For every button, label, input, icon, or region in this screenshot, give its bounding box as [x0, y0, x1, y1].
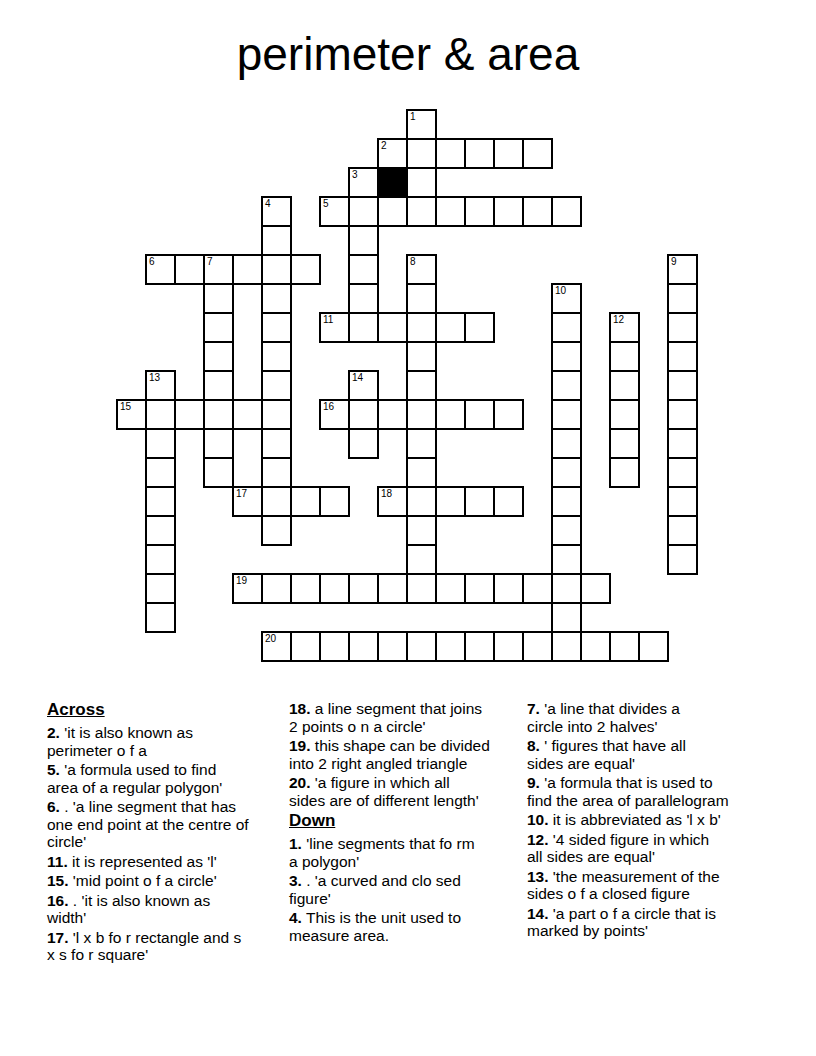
- clue-number: 3: [352, 169, 358, 180]
- grid-cell[interactable]: [377, 573, 408, 604]
- grid-cell[interactable]: [261, 428, 292, 459]
- grid-cell[interactable]: [551, 515, 582, 546]
- grid-cell[interactable]: [406, 341, 437, 372]
- grid-cell[interactable]: [667, 428, 698, 459]
- grid-cell[interactable]: [319, 573, 350, 604]
- grid-cell[interactable]: 7: [203, 254, 234, 285]
- grid-cell[interactable]: [406, 370, 437, 401]
- grid-cell[interactable]: 9: [667, 254, 698, 285]
- grid-cell[interactable]: [667, 515, 698, 546]
- clue-number: 15: [120, 401, 131, 412]
- grid-cell[interactable]: [667, 283, 698, 314]
- grid-cell[interactable]: [406, 428, 437, 459]
- grid-cell[interactable]: [348, 399, 379, 430]
- clue-down-13: 13. 'the measurement of the sides o f a …: [527, 868, 772, 903]
- grid-cell[interactable]: 10: [551, 283, 582, 314]
- clue-down-3: 3. . 'a curved and clo sed figure': [289, 872, 521, 907]
- clue-down-8: 8. ' figures that have all sides are equ…: [527, 737, 772, 772]
- grid-cell[interactable]: [406, 138, 437, 169]
- grid-cell[interactable]: 12: [609, 312, 640, 343]
- grid-cell[interactable]: [261, 254, 292, 285]
- grid-cell[interactable]: [377, 196, 408, 227]
- grid-cell[interactable]: [406, 486, 437, 517]
- grid-cell[interactable]: [667, 457, 698, 488]
- clue-number: 4: [265, 198, 271, 209]
- grid-cell[interactable]: [145, 515, 176, 546]
- grid-cell[interactable]: [174, 254, 205, 285]
- grid-cell[interactable]: [493, 573, 524, 604]
- clue-number: 19: [236, 575, 247, 586]
- grid-cell[interactable]: [261, 515, 292, 546]
- grid-cell[interactable]: [377, 631, 408, 662]
- clue-number: 13: [149, 372, 160, 383]
- clue-across-19: 19. this shape can be divided into 2 rig…: [289, 737, 521, 772]
- grid-cell[interactable]: [464, 312, 495, 343]
- grid-cell[interactable]: [638, 631, 669, 662]
- clue-number: 7: [207, 256, 213, 267]
- clue-number: 18: [381, 488, 392, 499]
- across-header: Across: [47, 700, 287, 719]
- grid-cell[interactable]: [319, 631, 350, 662]
- grid-cell[interactable]: [435, 573, 466, 604]
- grid-cell[interactable]: [261, 341, 292, 372]
- grid-cell[interactable]: [348, 225, 379, 256]
- clue-down-4: 4. This is the unit used to measure area…: [289, 909, 521, 944]
- grid-cell[interactable]: [580, 631, 611, 662]
- grid-cell[interactable]: [145, 573, 176, 604]
- grid-cell[interactable]: [348, 312, 379, 343]
- grid-cell[interactable]: [493, 138, 524, 169]
- grid-cell[interactable]: [261, 573, 292, 604]
- grid-cell[interactable]: [551, 370, 582, 401]
- grid-cell[interactable]: [232, 254, 263, 285]
- grid-cell[interactable]: [348, 283, 379, 314]
- grid-cell[interactable]: [290, 631, 321, 662]
- clue-number: 16: [323, 401, 334, 412]
- grid-cell[interactable]: [406, 399, 437, 430]
- grid-cell[interactable]: [667, 312, 698, 343]
- grid-cell[interactable]: [261, 457, 292, 488]
- puzzle-title: perimeter & area: [0, 28, 816, 80]
- grid-cell[interactable]: 18: [377, 486, 408, 517]
- grid-cell[interactable]: [435, 399, 466, 430]
- grid-cell[interactable]: [609, 399, 640, 430]
- grid-cell[interactable]: [551, 573, 582, 604]
- grid-cell[interactable]: [203, 399, 234, 430]
- grid-cell[interactable]: [609, 370, 640, 401]
- clue-down-10: 10. it is abbreviated as 'l x b': [527, 811, 772, 829]
- clue-across-11: 11. it is represented as 'l': [47, 853, 287, 871]
- clue-across-17: 17. 'l x b fo r rectangle and s x s fo r…: [47, 929, 287, 964]
- grid-cell[interactable]: [406, 544, 437, 575]
- grid-cell[interactable]: [261, 283, 292, 314]
- grid-cell[interactable]: [261, 370, 292, 401]
- grid-cell[interactable]: 14: [348, 370, 379, 401]
- grid-cell[interactable]: [406, 283, 437, 314]
- grid-cell[interactable]: [261, 225, 292, 256]
- clue-across-20: 20. 'a figure in which all sides are of …: [289, 774, 521, 809]
- grid-cell[interactable]: [522, 196, 553, 227]
- across-clues-list: 2. 'it is also known as perimeter o f a5…: [47, 724, 287, 964]
- grid-cell[interactable]: [493, 399, 524, 430]
- grid-cell[interactable]: [348, 196, 379, 227]
- grid-cell[interactable]: [551, 428, 582, 459]
- clues-column-3: 7. 'a line that divides a circle into 2 …: [527, 700, 772, 942]
- clue-across-18: 18. a line segment that joins 2 points o…: [289, 700, 521, 735]
- grid-cell[interactable]: [522, 573, 553, 604]
- grid-cell[interactable]: [406, 631, 437, 662]
- grid-cell[interactable]: [145, 486, 176, 517]
- clue-number: 20: [265, 633, 276, 644]
- clue-number: 8: [410, 256, 416, 267]
- clue-across-16: 16. . 'it is also known as width': [47, 892, 287, 927]
- grid-cell[interactable]: [464, 196, 495, 227]
- down-clues-list: 1. 'line segments that fo rm a polygon'3…: [289, 835, 521, 944]
- clue-down-14: 14. 'a part o f a circle that is marked …: [527, 905, 772, 940]
- grid-cell[interactable]: [609, 457, 640, 488]
- grid-cell[interactable]: [435, 196, 466, 227]
- grid-cell[interactable]: [667, 399, 698, 430]
- clue-number: 11: [323, 314, 333, 325]
- grid-cell[interactable]: [667, 486, 698, 517]
- grid-cell[interactable]: 6: [145, 254, 176, 285]
- clue-down-7: 7. 'a line that divides a circle into 2 …: [527, 700, 772, 735]
- grid-cell[interactable]: 1: [406, 109, 437, 140]
- grid-cell[interactable]: [667, 370, 698, 401]
- grid-cell[interactable]: [493, 196, 524, 227]
- grid-cell[interactable]: 2: [377, 138, 408, 169]
- grid-cell[interactable]: [377, 312, 408, 343]
- grid-cell[interactable]: [348, 573, 379, 604]
- clue-across-6: 6. . 'a line segment that has one end po…: [47, 798, 287, 851]
- clue-down-12: 12. '4 sided figure in which all sides a…: [527, 831, 772, 866]
- grid-cell[interactable]: 16: [319, 399, 350, 430]
- grid-cell[interactable]: [145, 457, 176, 488]
- grid-cell[interactable]: [261, 486, 292, 517]
- clue-across-5: 5. 'a formula used to find area of a reg…: [47, 761, 287, 796]
- clue-number: 14: [352, 372, 363, 383]
- grid-cell[interactable]: [203, 370, 234, 401]
- grid-cell[interactable]: [435, 486, 466, 517]
- grid-cell[interactable]: [551, 196, 582, 227]
- grid-cell[interactable]: [551, 631, 582, 662]
- grid-cell[interactable]: [290, 573, 321, 604]
- clue-number: 17: [236, 488, 247, 499]
- grid-cell[interactable]: [522, 138, 553, 169]
- grid-cell[interactable]: [609, 341, 640, 372]
- grid-cell[interactable]: [551, 399, 582, 430]
- grid-cell[interactable]: [667, 341, 698, 372]
- grid-cell[interactable]: [203, 457, 234, 488]
- grid-cell[interactable]: [609, 428, 640, 459]
- clue-number: 1: [410, 111, 416, 122]
- grid-cell[interactable]: [493, 486, 524, 517]
- clues-column-2: 18. a line segment that joins 2 points o…: [289, 700, 521, 946]
- grid-cell[interactable]: [406, 573, 437, 604]
- grid-cell[interactable]: [609, 631, 640, 662]
- grid-cell[interactable]: [290, 254, 321, 285]
- grid-cell-black: [377, 167, 408, 198]
- grid-cell[interactable]: [406, 457, 437, 488]
- clues-column-1: Across 2. 'it is also known as perimeter…: [47, 700, 287, 966]
- clue-across-2: 2. 'it is also known as perimeter o f a: [47, 724, 287, 759]
- grid-cell[interactable]: 20: [261, 631, 292, 662]
- grid-cell[interactable]: [348, 631, 379, 662]
- grid-cell[interactable]: [203, 341, 234, 372]
- grid-cell[interactable]: [261, 312, 292, 343]
- grid-cell[interactable]: 11: [319, 312, 350, 343]
- grid-cell[interactable]: [464, 631, 495, 662]
- clue-down-1: 1. 'line segments that fo rm a polygon': [289, 835, 521, 870]
- grid-cell[interactable]: 17: [232, 486, 263, 517]
- grid-cell[interactable]: [464, 573, 495, 604]
- grid-cell[interactable]: [464, 399, 495, 430]
- grid-cell[interactable]: [493, 631, 524, 662]
- grid-cell[interactable]: [348, 428, 379, 459]
- grid-cell[interactable]: [377, 399, 408, 430]
- grid-cell[interactable]: [551, 602, 582, 633]
- down-header: Down: [289, 811, 521, 830]
- across-clues-list-continued: 18. a line segment that joins 2 points o…: [289, 700, 521, 809]
- clue-number: 12: [613, 314, 624, 325]
- grid-cell[interactable]: [319, 486, 350, 517]
- clue-number: 9: [671, 256, 677, 267]
- grid-cell[interactable]: [232, 399, 263, 430]
- grid-cell[interactable]: [551, 457, 582, 488]
- grid-cell[interactable]: 8: [406, 254, 437, 285]
- clue-across-15: 15. 'mid point o f a circle': [47, 872, 287, 890]
- grid-cell[interactable]: [435, 631, 466, 662]
- clue-number: 5: [323, 198, 329, 209]
- grid-cell[interactable]: [406, 515, 437, 546]
- grid-cell[interactable]: [203, 428, 234, 459]
- grid-cell[interactable]: [203, 312, 234, 343]
- grid-cell[interactable]: [406, 196, 437, 227]
- grid-cell[interactable]: [348, 254, 379, 285]
- grid-cell[interactable]: 15: [116, 399, 147, 430]
- grid-cell[interactable]: 19: [232, 573, 263, 604]
- crossword-grid: 1234567891011121314151617181920: [117, 110, 697, 661]
- clue-down-9: 9. 'a formula that is used to find the a…: [527, 774, 772, 809]
- grid-cell[interactable]: [551, 486, 582, 517]
- grid-cell[interactable]: [145, 602, 176, 633]
- clue-number: 6: [149, 256, 155, 267]
- down-clues-list-continued: 7. 'a line that divides a circle into 2 …: [527, 700, 772, 940]
- grid-cell[interactable]: [580, 573, 611, 604]
- grid-cell[interactable]: [522, 631, 553, 662]
- clue-number: 2: [381, 140, 387, 151]
- grid-cell[interactable]: [464, 138, 495, 169]
- grid-cell[interactable]: [261, 399, 292, 430]
- grid-cell[interactable]: [551, 341, 582, 372]
- grid-cell[interactable]: [203, 283, 234, 314]
- grid-cell[interactable]: [406, 167, 437, 198]
- grid-cell[interactable]: [406, 312, 437, 343]
- grid-cell[interactable]: [145, 399, 176, 430]
- grid-cell[interactable]: [174, 399, 205, 430]
- grid-cell[interactable]: [551, 544, 582, 575]
- grid-cell[interactable]: [145, 544, 176, 575]
- grid-cell[interactable]: [667, 544, 698, 575]
- grid-cell[interactable]: 3: [348, 167, 379, 198]
- grid-cell[interactable]: [551, 312, 582, 343]
- grid-cell[interactable]: [145, 428, 176, 459]
- grid-cell[interactable]: [435, 138, 466, 169]
- grid-cell[interactable]: [464, 486, 495, 517]
- grid-cell[interactable]: 5: [319, 196, 350, 227]
- clue-number: 10: [555, 285, 566, 296]
- grid-cell[interactable]: 4: [261, 196, 292, 227]
- grid-cell[interactable]: [435, 312, 466, 343]
- grid-cell[interactable]: [290, 486, 321, 517]
- grid-cell[interactable]: 13: [145, 370, 176, 401]
